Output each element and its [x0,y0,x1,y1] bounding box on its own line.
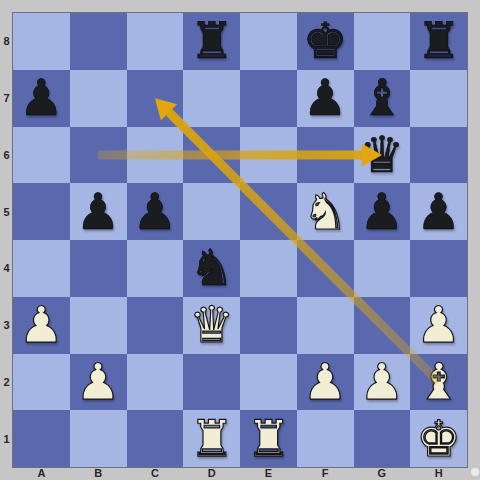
square-d1[interactable]: ♜ [183,410,240,467]
piece-white-knight-f5[interactable]: ♞ [303,187,348,237]
square-f8[interactable]: ♚ [297,13,354,70]
piece-black-pawn-h5[interactable]: ♟ [416,187,461,237]
square-b2[interactable]: ♟ [70,354,127,411]
file-label-g: G [372,466,392,480]
square-b7[interactable] [70,70,127,127]
file-label-c: C [145,466,165,480]
square-h7[interactable] [410,70,467,127]
square-a6[interactable] [13,127,70,184]
piece-white-rook-e1[interactable]: ♜ [246,414,291,464]
square-d8[interactable]: ♜ [183,13,240,70]
file-label-e: E [258,466,278,480]
square-a2[interactable] [13,354,70,411]
piece-white-pawn-h3[interactable]: ♟ [416,300,461,350]
corner-dot [471,468,479,476]
file-label-b: B [88,466,108,480]
square-h6[interactable] [410,127,467,184]
square-b8[interactable] [70,13,127,70]
square-f1[interactable] [297,410,354,467]
square-g6[interactable]: ♛ [354,127,411,184]
piece-white-bishop-h2[interactable]: ♝ [416,357,461,407]
piece-black-rook-d8[interactable]: ♜ [189,16,234,66]
rank-label-4: 4 [0,258,13,278]
piece-black-pawn-g5[interactable]: ♟ [359,187,404,237]
square-f4[interactable] [297,240,354,297]
square-a5[interactable] [13,183,70,240]
square-c6[interactable] [127,127,184,184]
square-f5[interactable]: ♞ [297,183,354,240]
rank-label-6: 6 [0,145,13,165]
piece-black-queen-g6[interactable]: ♛ [359,130,404,180]
rank-label-8: 8 [0,31,13,51]
rank-label-2: 2 [0,372,13,392]
square-d5[interactable] [183,183,240,240]
square-a1[interactable] [13,410,70,467]
rank-label-1: 1 [0,429,13,449]
square-g1[interactable] [354,410,411,467]
piece-black-pawn-f7[interactable]: ♟ [303,73,348,123]
square-b4[interactable] [70,240,127,297]
rank-label-7: 7 [0,88,13,108]
square-d7[interactable] [183,70,240,127]
square-c1[interactable] [127,410,184,467]
piece-white-pawn-a3[interactable]: ♟ [19,300,64,350]
square-a8[interactable] [13,13,70,70]
square-g7[interactable]: ♝ [354,70,411,127]
square-e2[interactable] [240,354,297,411]
square-a7[interactable]: ♟ [13,70,70,127]
square-b1[interactable] [70,410,127,467]
square-d6[interactable] [183,127,240,184]
square-b5[interactable]: ♟ [70,183,127,240]
square-h4[interactable] [410,240,467,297]
piece-white-queen-d3[interactable]: ♛ [189,300,234,350]
square-e4[interactable] [240,240,297,297]
square-h1[interactable]: ♚ [410,410,467,467]
piece-black-pawn-a7[interactable]: ♟ [19,73,64,123]
square-e1[interactable]: ♜ [240,410,297,467]
board: ♜♚♜♟♟♝♛♟♟♞♟♟♞♟♛♟♟♟♟♝♜♜♚ [13,13,467,467]
piece-black-pawn-c5[interactable]: ♟ [132,187,177,237]
piece-white-pawn-f2[interactable]: ♟ [303,357,348,407]
square-d4[interactable]: ♞ [183,240,240,297]
file-label-a: A [31,466,51,480]
piece-white-king-h1[interactable]: ♚ [416,414,461,464]
square-g2[interactable]: ♟ [354,354,411,411]
piece-black-rook-h8[interactable]: ♜ [416,16,461,66]
square-d3[interactable]: ♛ [183,297,240,354]
square-c3[interactable] [127,297,184,354]
piece-white-rook-d1[interactable]: ♜ [189,414,234,464]
piece-black-pawn-b5[interactable]: ♟ [76,187,121,237]
square-c2[interactable] [127,354,184,411]
square-g5[interactable]: ♟ [354,183,411,240]
square-c8[interactable] [127,13,184,70]
square-a3[interactable]: ♟ [13,297,70,354]
piece-black-king-f8[interactable]: ♚ [303,16,348,66]
square-d2[interactable] [183,354,240,411]
square-e6[interactable] [240,127,297,184]
piece-white-pawn-g2[interactable]: ♟ [359,357,404,407]
square-b3[interactable] [70,297,127,354]
rank-label-5: 5 [0,202,13,222]
square-c4[interactable] [127,240,184,297]
square-f7[interactable]: ♟ [297,70,354,127]
square-h2[interactable]: ♝ [410,354,467,411]
square-e8[interactable] [240,13,297,70]
square-f3[interactable] [297,297,354,354]
square-a4[interactable] [13,240,70,297]
square-g4[interactable] [354,240,411,297]
square-e7[interactable] [240,70,297,127]
square-h8[interactable]: ♜ [410,13,467,70]
square-b6[interactable] [70,127,127,184]
square-c7[interactable] [127,70,184,127]
piece-black-bishop-g7[interactable]: ♝ [359,73,404,123]
chess-board-frame: ♜♚♜♟♟♝♛♟♟♞♟♟♞♟♛♟♟♟♟♝♜♜♚ 87654321ABCDEFGH [0,0,480,480]
file-label-h: H [429,466,449,480]
file-label-f: F [315,466,335,480]
square-g3[interactable] [354,297,411,354]
square-e5[interactable] [240,183,297,240]
piece-black-knight-d4[interactable]: ♞ [189,243,234,293]
square-g8[interactable] [354,13,411,70]
square-h3[interactable]: ♟ [410,297,467,354]
square-c5[interactable]: ♟ [127,183,184,240]
square-f6[interactable] [297,127,354,184]
rank-label-3: 3 [0,315,13,335]
square-e3[interactable] [240,297,297,354]
file-label-d: D [202,466,222,480]
square-h5[interactable]: ♟ [410,183,467,240]
square-f2[interactable]: ♟ [297,354,354,411]
piece-white-pawn-b2[interactable]: ♟ [76,357,121,407]
